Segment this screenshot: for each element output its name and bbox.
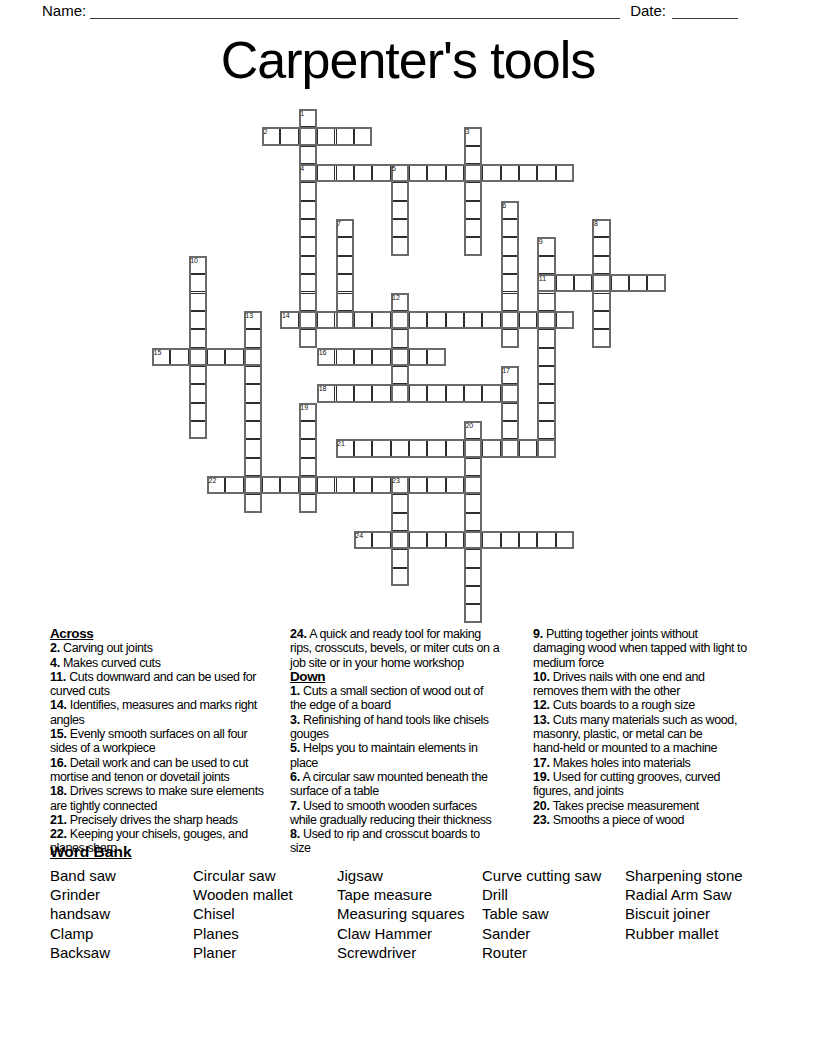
grid-cell[interactable] — [336, 256, 354, 274]
grid-cell[interactable] — [409, 531, 427, 549]
grid-cell[interactable] — [409, 311, 427, 329]
grid-cell[interactable] — [189, 403, 207, 421]
grid-cell[interactable] — [372, 384, 390, 402]
grid-cell[interactable] — [501, 237, 519, 255]
grid-cell[interactable] — [354, 127, 372, 145]
grid-cell[interactable] — [354, 348, 372, 366]
grid-cell[interactable] — [244, 384, 262, 402]
grid-cell[interactable] — [280, 311, 298, 329]
grid-cell[interactable] — [317, 476, 335, 494]
grid-cell[interactable] — [464, 201, 482, 219]
grid-cell[interactable] — [317, 348, 335, 366]
across-header: Across — [50, 627, 293, 641]
grid-cell[interactable] — [244, 421, 262, 439]
clue-15: 15. Evenly smooth surfaces on all four s… — [50, 727, 293, 756]
grid-cell[interactable] — [225, 348, 243, 366]
grid-cell[interactable] — [262, 476, 280, 494]
grid-cell[interactable] — [482, 164, 500, 182]
grid-cell[interactable] — [391, 329, 409, 347]
grid-cell[interactable] — [464, 219, 482, 237]
grid-cell[interactable] — [336, 274, 354, 292]
grid-cell[interactable] — [464, 476, 482, 494]
grid-cell[interactable] — [372, 311, 390, 329]
grid-cell[interactable] — [482, 311, 500, 329]
grid-cell[interactable] — [391, 348, 409, 366]
grid-cell[interactable] — [501, 311, 519, 329]
grid-cell[interactable] — [464, 182, 482, 200]
word-bank-item: handsaw — [50, 904, 193, 923]
grid-cell[interactable] — [244, 476, 262, 494]
grid-cell[interactable] — [501, 274, 519, 292]
grid-cell[interactable] — [446, 311, 464, 329]
grid-cell[interactable] — [537, 274, 555, 292]
grid-cell[interactable] — [391, 182, 409, 200]
grid-cell[interactable] — [409, 384, 427, 402]
grid-cell[interactable] — [391, 384, 409, 402]
grid-cell[interactable] — [299, 201, 317, 219]
grid-cell[interactable] — [537, 439, 555, 457]
clue-11: 11. Cuts downward and can be used for cu… — [50, 670, 293, 699]
grid-cell[interactable] — [464, 549, 482, 567]
grid-cell[interactable] — [299, 274, 317, 292]
grid-cell[interactable] — [556, 164, 574, 182]
grid-cell[interactable] — [464, 604, 482, 622]
grid-cell[interactable] — [152, 348, 170, 366]
grid-cell[interactable] — [464, 439, 482, 457]
name-date-row: Name: Date: — [42, 2, 738, 20]
grid-cell[interactable] — [501, 329, 519, 347]
grid-cell[interactable] — [299, 293, 317, 311]
grid-cell[interactable] — [482, 531, 500, 549]
grid-cell[interactable] — [464, 127, 482, 145]
grid-cell[interactable] — [299, 403, 317, 421]
grid-cell[interactable] — [354, 311, 372, 329]
grid-cell[interactable] — [501, 201, 519, 219]
grid-cell[interactable] — [244, 494, 262, 512]
word-bank-item: Screwdriver — [337, 943, 482, 962]
grid-cell[interactable] — [354, 164, 372, 182]
grid-cell[interactable] — [482, 439, 500, 457]
grid-cell[interactable] — [592, 329, 610, 347]
grid-cell[interactable] — [391, 494, 409, 512]
grid-cell[interactable] — [391, 476, 409, 494]
grid-cell[interactable] — [189, 421, 207, 439]
word-bank-item: Band saw — [50, 866, 193, 885]
grid-cell[interactable] — [280, 476, 298, 494]
word-bank-item: Backsaw — [50, 943, 193, 962]
grid-cell[interactable] — [556, 311, 574, 329]
grid-cell[interactable] — [244, 366, 262, 384]
grid-cell[interactable] — [464, 164, 482, 182]
grid-cell[interactable] — [446, 164, 464, 182]
grid-cell[interactable] — [372, 531, 390, 549]
word-bank-item: Wooden mallet — [193, 885, 337, 904]
word-bank-item: Tape measure — [337, 885, 482, 904]
grid-cell[interactable] — [372, 476, 390, 494]
grid-cell[interactable] — [501, 384, 519, 402]
word-bank-item: Drill — [482, 885, 625, 904]
word-bank: Word Bank Band sawGrinderhandsawClampBac… — [50, 843, 806, 962]
grid-cell[interactable] — [409, 439, 427, 457]
grid-cell[interactable] — [464, 531, 482, 549]
down-header: Down — [290, 670, 536, 684]
grid-cell[interactable] — [464, 458, 482, 476]
grid-cell[interactable] — [372, 348, 390, 366]
word-bank-item: Circular saw — [193, 866, 337, 885]
grid-cell[interactable] — [391, 164, 409, 182]
grid-cell[interactable] — [244, 458, 262, 476]
grid-cell[interactable] — [464, 513, 482, 531]
grid-cell[interactable] — [501, 366, 519, 384]
grid-cell[interactable] — [336, 219, 354, 237]
word-bank-item: Sander — [482, 924, 625, 943]
clue-12: 12. Cuts boards to a rough size — [533, 698, 777, 712]
grid-cell[interactable] — [592, 237, 610, 255]
grid-cell[interactable] — [299, 109, 317, 127]
grid-cell[interactable] — [299, 237, 317, 255]
clue-20: 20. Takes precise measurement — [533, 799, 777, 813]
grid-cell[interactable] — [501, 531, 519, 549]
grid-cell[interactable] — [391, 531, 409, 549]
name-blank-line[interactable] — [90, 2, 620, 19]
word-bank-title: Word Bank — [50, 843, 806, 861]
word-bank-item: Chisel — [193, 904, 337, 923]
word-bank-item: Radial Arm Saw — [625, 885, 785, 904]
word-bank-item: Clamp — [50, 924, 193, 943]
grid-cell[interactable] — [299, 458, 317, 476]
grid-cell[interactable] — [537, 403, 555, 421]
grid-cell[interactable] — [427, 348, 445, 366]
name-label: Name: — [42, 2, 86, 20]
word-bank-item: Planer — [193, 943, 337, 962]
grid-cell[interactable] — [537, 256, 555, 274]
grid-cell[interactable] — [299, 256, 317, 274]
grid-cell[interactable] — [336, 476, 354, 494]
grid-cell[interactable] — [391, 366, 409, 384]
grid-cell[interactable] — [391, 311, 409, 329]
clue-6: 6. A circular saw mounted beneath the su… — [290, 770, 536, 799]
grid-cell[interactable] — [537, 311, 555, 329]
grid-cell[interactable] — [556, 531, 574, 549]
clue-10: 10. Drives nails with one end and remove… — [533, 670, 777, 699]
grid-cell[interactable] — [244, 439, 262, 457]
grid-cell[interactable] — [427, 439, 445, 457]
clue-4: 4. Makes curved cuts — [50, 656, 293, 670]
grid-cell[interactable] — [556, 274, 574, 292]
grid-cell[interactable] — [299, 219, 317, 237]
grid-cell[interactable] — [372, 439, 390, 457]
grid-cell[interactable] — [464, 586, 482, 604]
grid-cell[interactable] — [391, 549, 409, 567]
clue-19: 19. Used for cutting grooves, curved fig… — [533, 770, 777, 799]
word-bank-item: Table saw — [482, 904, 625, 923]
word-bank-item: Planes — [193, 924, 337, 943]
grid-cell[interactable] — [391, 219, 409, 237]
grid-cell[interactable] — [427, 531, 445, 549]
grid-cell[interactable] — [537, 421, 555, 439]
grid-cell[interactable] — [519, 439, 537, 457]
grid-cell[interactable] — [317, 127, 335, 145]
grid-cell[interactable] — [537, 329, 555, 347]
grid-cell[interactable] — [262, 127, 280, 145]
clue-column-3: 9. Putting together joints without damag… — [533, 627, 777, 827]
word-bank-item: Rubber mallet — [625, 924, 785, 943]
grid-cell[interactable] — [354, 439, 372, 457]
clue-3: 3. Refinishing of hand tools like chisel… — [290, 713, 536, 742]
word-bank-item: Grinder — [50, 885, 193, 904]
grid-cell[interactable] — [244, 311, 262, 329]
grid-cell[interactable] — [280, 127, 298, 145]
clue-column-2: 24. A quick and ready tool for making ri… — [290, 627, 536, 856]
grid-cell[interactable] — [592, 256, 610, 274]
grid-cell[interactable] — [501, 293, 519, 311]
grid-cell[interactable] — [336, 439, 354, 457]
word-bank-column-4: Curve cutting sawDrillTable sawSanderRou… — [482, 866, 625, 962]
grid-cell[interactable] — [391, 293, 409, 311]
grid-cell[interactable] — [611, 274, 629, 292]
grid-cell[interactable] — [537, 348, 555, 366]
grid-cell[interactable] — [225, 476, 243, 494]
clue-5: 5. Helps you to maintain elements in pla… — [290, 741, 536, 770]
grid-cell[interactable] — [244, 348, 262, 366]
word-bank-item: Measuring squares — [337, 904, 482, 923]
grid-cell[interactable] — [299, 439, 317, 457]
grid-cell[interactable] — [464, 494, 482, 512]
word-bank-column-2: Circular sawWooden malletChiselPlanesPla… — [193, 866, 337, 962]
grid-cell[interactable] — [537, 384, 555, 402]
clue-7: 7. Used to smooth wooden surfaces while … — [290, 799, 536, 828]
grid-cell[interactable] — [317, 384, 335, 402]
grid-cell[interactable] — [446, 476, 464, 494]
grid-cell[interactable] — [519, 531, 537, 549]
clue-2: 2. Carving out joints — [50, 641, 293, 655]
word-bank-column-1: Band sawGrinderhandsawClampBacksaw — [50, 866, 193, 962]
grid-cell[interactable] — [207, 348, 225, 366]
worksheet-page: Name: Date: Carpenter's tools 2411141516… — [0, 0, 816, 1056]
clue-9: 9. Putting together joints without damag… — [533, 627, 777, 670]
grid-cell[interactable] — [592, 219, 610, 237]
date-label: Date: — [630, 2, 666, 20]
grid-cell[interactable] — [409, 476, 427, 494]
grid-cell[interactable] — [501, 403, 519, 421]
grid-cell[interactable] — [519, 311, 537, 329]
grid-cell[interactable] — [427, 384, 445, 402]
grid-cell[interactable] — [464, 421, 482, 439]
grid-cell[interactable] — [207, 476, 225, 494]
grid-cell[interactable] — [592, 274, 610, 292]
grid-cell[interactable] — [409, 164, 427, 182]
grid-cell[interactable] — [189, 348, 207, 366]
grid-cell[interactable] — [299, 146, 317, 164]
word-bank-column-3: JigsawTape measureMeasuring squaresClaw … — [337, 866, 482, 962]
grid-cell[interactable] — [592, 311, 610, 329]
grid-cell[interactable] — [317, 164, 335, 182]
grid-cell[interactable] — [537, 237, 555, 255]
grid-cell[interactable] — [299, 421, 317, 439]
clue-24: 24. A quick and ready tool for making ri… — [290, 627, 536, 670]
grid-cell[interactable] — [537, 366, 555, 384]
grid-cell[interactable] — [299, 311, 317, 329]
word-bank-columns: Band sawGrinderhandsawClampBacksawCircul… — [50, 866, 806, 962]
grid-cell[interactable] — [354, 384, 372, 402]
grid-cell[interactable] — [519, 164, 537, 182]
grid-cell[interactable] — [299, 329, 317, 347]
grid-cell[interactable] — [354, 531, 372, 549]
clue-13: 13. Cuts many materials such as wood, ma… — [533, 713, 777, 756]
grid-cell[interactable] — [299, 164, 317, 182]
clue-17: 17. Makes holes into materials — [533, 756, 777, 770]
grid-cell[interactable] — [336, 311, 354, 329]
clue-16: 16. Detail work and can be used to cut m… — [50, 756, 293, 785]
date-blank-line[interactable] — [672, 2, 738, 19]
grid-cell[interactable] — [501, 219, 519, 237]
grid-cell[interactable] — [464, 311, 482, 329]
grid-cell[interactable] — [446, 384, 464, 402]
word-bank-item: Claw Hammer — [337, 924, 482, 943]
clue-21: 21. Precisely drives the sharp heads — [50, 813, 293, 827]
grid-cell[interactable] — [189, 293, 207, 311]
grid-cell[interactable] — [537, 164, 555, 182]
grid-cell[interactable] — [427, 476, 445, 494]
clue-18: 18. Drives screws to make sure elements … — [50, 784, 293, 813]
grid-cell[interactable] — [574, 274, 592, 292]
grid-cell[interactable] — [189, 256, 207, 274]
word-bank-item: Jigsaw — [337, 866, 482, 885]
grid-cell[interactable] — [391, 237, 409, 255]
grid-cell[interactable] — [336, 127, 354, 145]
grid-cell[interactable] — [501, 421, 519, 439]
grid-cell[interactable] — [170, 348, 188, 366]
grid-cell[interactable] — [409, 348, 427, 366]
grid-cell[interactable] — [501, 256, 519, 274]
grid-cell[interactable] — [592, 293, 610, 311]
clue-23: 23. Smooths a piece of wood — [533, 813, 777, 827]
grid-cell[interactable] — [464, 568, 482, 586]
grid-cell[interactable] — [501, 164, 519, 182]
clue-1: 1. Cuts a small section of wood out of t… — [290, 684, 536, 713]
grid-cell[interactable] — [427, 311, 445, 329]
grid-cell[interactable] — [464, 384, 482, 402]
grid-cell[interactable] — [391, 201, 409, 219]
grid-cell[interactable] — [189, 366, 207, 384]
grid-cell[interactable] — [537, 531, 555, 549]
word-bank-item: Curve cutting saw — [482, 866, 625, 885]
grid-cell[interactable] — [391, 568, 409, 586]
word-bank-item: Sharpening stone — [625, 866, 785, 885]
grid-cell[interactable] — [244, 403, 262, 421]
grid-cell[interactable] — [189, 311, 207, 329]
word-bank-item: Router — [482, 943, 625, 962]
grid-cell[interactable] — [189, 329, 207, 347]
grid-cell[interactable] — [336, 348, 354, 366]
grid-cell[interactable] — [299, 182, 317, 200]
word-bank-column-5: Sharpening stoneRadial Arm SawBiscuit jo… — [625, 866, 785, 962]
grid-cell[interactable] — [336, 237, 354, 255]
grid-cell[interactable] — [299, 476, 317, 494]
grid-cell[interactable] — [391, 513, 409, 531]
clue-column-1: Across2. Carving out joints4. Makes curv… — [50, 627, 293, 856]
grid-cell[interactable] — [189, 274, 207, 292]
grid-cell[interactable] — [354, 476, 372, 494]
grid-cell[interactable] — [464, 237, 482, 255]
crossword-grid: 241114151618212224135678910121317192023 — [152, 109, 668, 625]
grid-cell[interactable] — [446, 531, 464, 549]
grid-cell[interactable] — [446, 439, 464, 457]
grid-cell[interactable] — [372, 164, 390, 182]
grid-cell[interactable] — [336, 164, 354, 182]
grid-cell[interactable] — [427, 164, 445, 182]
grid-cell[interactable] — [464, 146, 482, 164]
puzzle-title: Carpenter's tools — [0, 30, 816, 90]
grid-cell[interactable] — [317, 311, 335, 329]
grid-cell[interactable] — [336, 293, 354, 311]
grid-cell[interactable] — [482, 384, 500, 402]
grid-cell[interactable] — [299, 494, 317, 512]
grid-cell[interactable] — [629, 274, 647, 292]
grid-cell[interactable] — [537, 293, 555, 311]
grid-cell[interactable] — [501, 439, 519, 457]
grid-cell[interactable] — [189, 384, 207, 402]
clue-14: 14. Identifies, measures and marks right… — [50, 698, 293, 727]
grid-cell[interactable] — [299, 127, 317, 145]
grid-cell[interactable] — [391, 439, 409, 457]
grid-cell[interactable] — [244, 329, 262, 347]
word-bank-item: Biscuit joiner — [625, 904, 785, 923]
grid-cell[interactable] — [336, 384, 354, 402]
grid-cell[interactable] — [647, 274, 665, 292]
